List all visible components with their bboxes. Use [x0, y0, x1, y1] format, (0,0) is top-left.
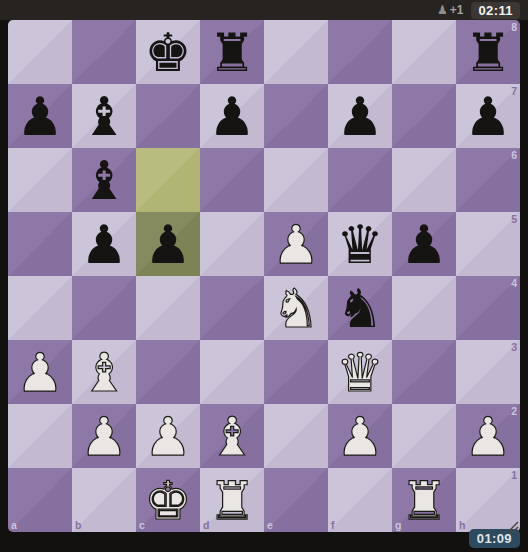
- coord-file-h: h: [459, 519, 465, 531]
- top-bar: ♟ +1 02:11: [0, 0, 528, 20]
- material-advantage: ♟ +1: [437, 3, 463, 17]
- square-g1[interactable]: ♜g: [392, 468, 456, 532]
- piece-white-bishop[interactable]: ♝: [200, 404, 264, 468]
- square-e5[interactable]: ♟: [264, 212, 328, 276]
- square-e4[interactable]: ♞: [264, 276, 328, 340]
- square-b6[interactable]: ♝: [72, 148, 136, 212]
- square-f3[interactable]: ♛: [328, 340, 392, 404]
- coord-file-b: b: [75, 519, 81, 531]
- square-h6[interactable]: 6: [456, 148, 520, 212]
- coord-rank-1: 1: [511, 469, 517, 481]
- square-e1[interactable]: e: [264, 468, 328, 532]
- piece-white-pawn[interactable]: ♟: [456, 404, 520, 468]
- piece-white-pawn[interactable]: ♟: [264, 212, 328, 276]
- piece-black-pawn[interactable]: ♟: [392, 212, 456, 276]
- piece-black-pawn[interactable]: ♟: [72, 212, 136, 276]
- piece-black-pawn[interactable]: ♟: [328, 84, 392, 148]
- square-a2[interactable]: [8, 404, 72, 468]
- square-e3[interactable]: [264, 340, 328, 404]
- square-c1[interactable]: ♚c: [136, 468, 200, 532]
- square-c4[interactable]: [136, 276, 200, 340]
- board-resize-handle[interactable]: [507, 519, 519, 531]
- piece-black-bishop[interactable]: ♝: [72, 148, 136, 212]
- square-a3[interactable]: ♟: [8, 340, 72, 404]
- square-h8[interactable]: ♜8: [456, 20, 520, 84]
- square-a4[interactable]: [8, 276, 72, 340]
- piece-black-pawn[interactable]: ♟: [136, 212, 200, 276]
- material-value: +1: [450, 3, 464, 17]
- square-c7[interactable]: [136, 84, 200, 148]
- square-b2[interactable]: ♟: [72, 404, 136, 468]
- piece-black-bishop[interactable]: ♝: [72, 84, 136, 148]
- square-f1[interactable]: f: [328, 468, 392, 532]
- square-g4[interactable]: [392, 276, 456, 340]
- square-g2[interactable]: [392, 404, 456, 468]
- coord-file-e: e: [267, 519, 273, 531]
- square-b7[interactable]: ♝: [72, 84, 136, 148]
- game-window: ♟ +1 02:11 ♚♜♜8♟♝♟♟♟7♝6♟♟♟♛♟5♞♞4♟♝♛3♟♟♝♟…: [0, 0, 528, 552]
- square-h3[interactable]: 3: [456, 340, 520, 404]
- square-h5[interactable]: 5: [456, 212, 520, 276]
- piece-white-pawn[interactable]: ♟: [328, 404, 392, 468]
- square-d2[interactable]: ♝: [200, 404, 264, 468]
- square-f6[interactable]: [328, 148, 392, 212]
- piece-black-pawn[interactable]: ♟: [456, 84, 520, 148]
- square-b3[interactable]: ♝: [72, 340, 136, 404]
- square-a1[interactable]: a: [8, 468, 72, 532]
- square-g6[interactable]: [392, 148, 456, 212]
- square-f2[interactable]: ♟: [328, 404, 392, 468]
- piece-black-king[interactable]: ♚: [136, 20, 200, 84]
- piece-black-knight[interactable]: ♞: [328, 276, 392, 340]
- square-b5[interactable]: ♟: [72, 212, 136, 276]
- square-d4[interactable]: [200, 276, 264, 340]
- coord-file-a: a: [11, 519, 17, 531]
- square-g3[interactable]: [392, 340, 456, 404]
- square-a7[interactable]: ♟: [8, 84, 72, 148]
- square-c8[interactable]: ♚: [136, 20, 200, 84]
- square-f5[interactable]: ♛: [328, 212, 392, 276]
- square-a8[interactable]: [8, 20, 72, 84]
- square-e7[interactable]: [264, 84, 328, 148]
- square-d7[interactable]: ♟: [200, 84, 264, 148]
- piece-black-pawn[interactable]: ♟: [200, 84, 264, 148]
- coord-file-f: f: [331, 519, 335, 531]
- piece-black-queen[interactable]: ♛: [328, 212, 392, 276]
- square-h2[interactable]: ♟2: [456, 404, 520, 468]
- square-g8[interactable]: [392, 20, 456, 84]
- pawn-icon: ♟: [437, 3, 448, 17]
- square-d5[interactable]: [200, 212, 264, 276]
- square-e8[interactable]: [264, 20, 328, 84]
- piece-white-rook[interactable]: ♜: [200, 468, 264, 532]
- square-d6[interactable]: [200, 148, 264, 212]
- square-c6[interactable]: [136, 148, 200, 212]
- square-d3[interactable]: [200, 340, 264, 404]
- square-a6[interactable]: [8, 148, 72, 212]
- square-g5[interactable]: ♟: [392, 212, 456, 276]
- piece-black-pawn[interactable]: ♟: [8, 84, 72, 148]
- square-b4[interactable]: [72, 276, 136, 340]
- black-clock: 02:11: [471, 2, 520, 19]
- square-b8[interactable]: [72, 20, 136, 84]
- piece-white-knight[interactable]: ♞: [264, 276, 328, 340]
- square-d8[interactable]: ♜: [200, 20, 264, 84]
- resize-grip-icon: [507, 521, 519, 533]
- square-h4[interactable]: 4: [456, 276, 520, 340]
- square-h7[interactable]: ♟7: [456, 84, 520, 148]
- square-c5[interactable]: ♟: [136, 212, 200, 276]
- square-e2[interactable]: [264, 404, 328, 468]
- square-d1[interactable]: ♜d: [200, 468, 264, 532]
- piece-white-pawn[interactable]: ♟: [136, 404, 200, 468]
- coord-rank-6: 6: [511, 149, 517, 161]
- square-g7[interactable]: [392, 84, 456, 148]
- square-b1[interactable]: b: [72, 468, 136, 532]
- square-a5[interactable]: [8, 212, 72, 276]
- square-f8[interactable]: [328, 20, 392, 84]
- square-c2[interactable]: ♟: [136, 404, 200, 468]
- square-c3[interactable]: [136, 340, 200, 404]
- piece-black-rook[interactable]: ♜: [200, 20, 264, 84]
- piece-black-rook[interactable]: ♜: [456, 20, 520, 84]
- square-e6[interactable]: [264, 148, 328, 212]
- piece-white-pawn[interactable]: ♟: [8, 340, 72, 404]
- piece-white-queen[interactable]: ♛: [328, 340, 392, 404]
- coord-rank-4: 4: [511, 277, 517, 289]
- piece-white-bishop[interactable]: ♝: [72, 340, 136, 404]
- square-f4[interactable]: ♞: [328, 276, 392, 340]
- piece-white-pawn[interactable]: ♟: [72, 404, 136, 468]
- piece-white-king[interactable]: ♚: [136, 468, 200, 532]
- chess-board[interactable]: ♚♜♜8♟♝♟♟♟7♝6♟♟♟♛♟5♞♞4♟♝♛3♟♟♝♟♟2ab♚c♜def♜…: [8, 20, 520, 532]
- coord-rank-3: 3: [511, 341, 517, 353]
- square-f7[interactable]: ♟: [328, 84, 392, 148]
- piece-white-rook[interactable]: ♜: [392, 468, 456, 532]
- coord-rank-5: 5: [511, 213, 517, 225]
